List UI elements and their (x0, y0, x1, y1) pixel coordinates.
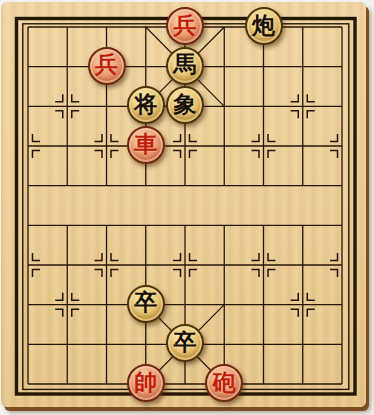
piece-black-elephant[interactable]: 象 (166, 86, 204, 124)
piece-black-general[interactable]: 将 (127, 86, 165, 124)
piece-red-soldier[interactable]: 兵 (88, 47, 126, 85)
piece-black-soldier[interactable]: 卒 (166, 324, 204, 362)
piece-red-chariot[interactable]: 車 (127, 126, 165, 164)
piece-glyph: 卒 (134, 291, 157, 314)
piece-glyph: 馬 (174, 53, 197, 76)
xiangqi-board[interactable]: 兵炮兵馬将象車卒卒帥砲 (1, 2, 366, 407)
piece-red-cannon[interactable]: 砲 (205, 364, 243, 402)
piece-red-general[interactable]: 帥 (127, 364, 165, 402)
piece-black-horse[interactable]: 馬 (166, 47, 204, 85)
piece-glyph: 車 (134, 133, 157, 156)
piece-black-cannon[interactable]: 炮 (245, 7, 283, 45)
piece-glyph: 炮 (252, 14, 275, 37)
pieces-layer: 兵炮兵馬将象車卒卒帥砲 (1, 2, 366, 407)
piece-glyph: 兵 (95, 53, 118, 76)
app-background: 兵炮兵馬将象車卒卒帥砲 (0, 0, 374, 415)
piece-glyph: 砲 (213, 371, 236, 394)
piece-glyph: 兵 (174, 14, 197, 37)
piece-black-soldier[interactable]: 卒 (127, 285, 165, 323)
piece-red-soldier[interactable]: 兵 (166, 7, 204, 45)
piece-glyph: 将 (134, 93, 157, 116)
piece-glyph: 象 (174, 93, 197, 116)
piece-glyph: 帥 (134, 371, 157, 394)
piece-glyph: 卒 (174, 331, 197, 354)
